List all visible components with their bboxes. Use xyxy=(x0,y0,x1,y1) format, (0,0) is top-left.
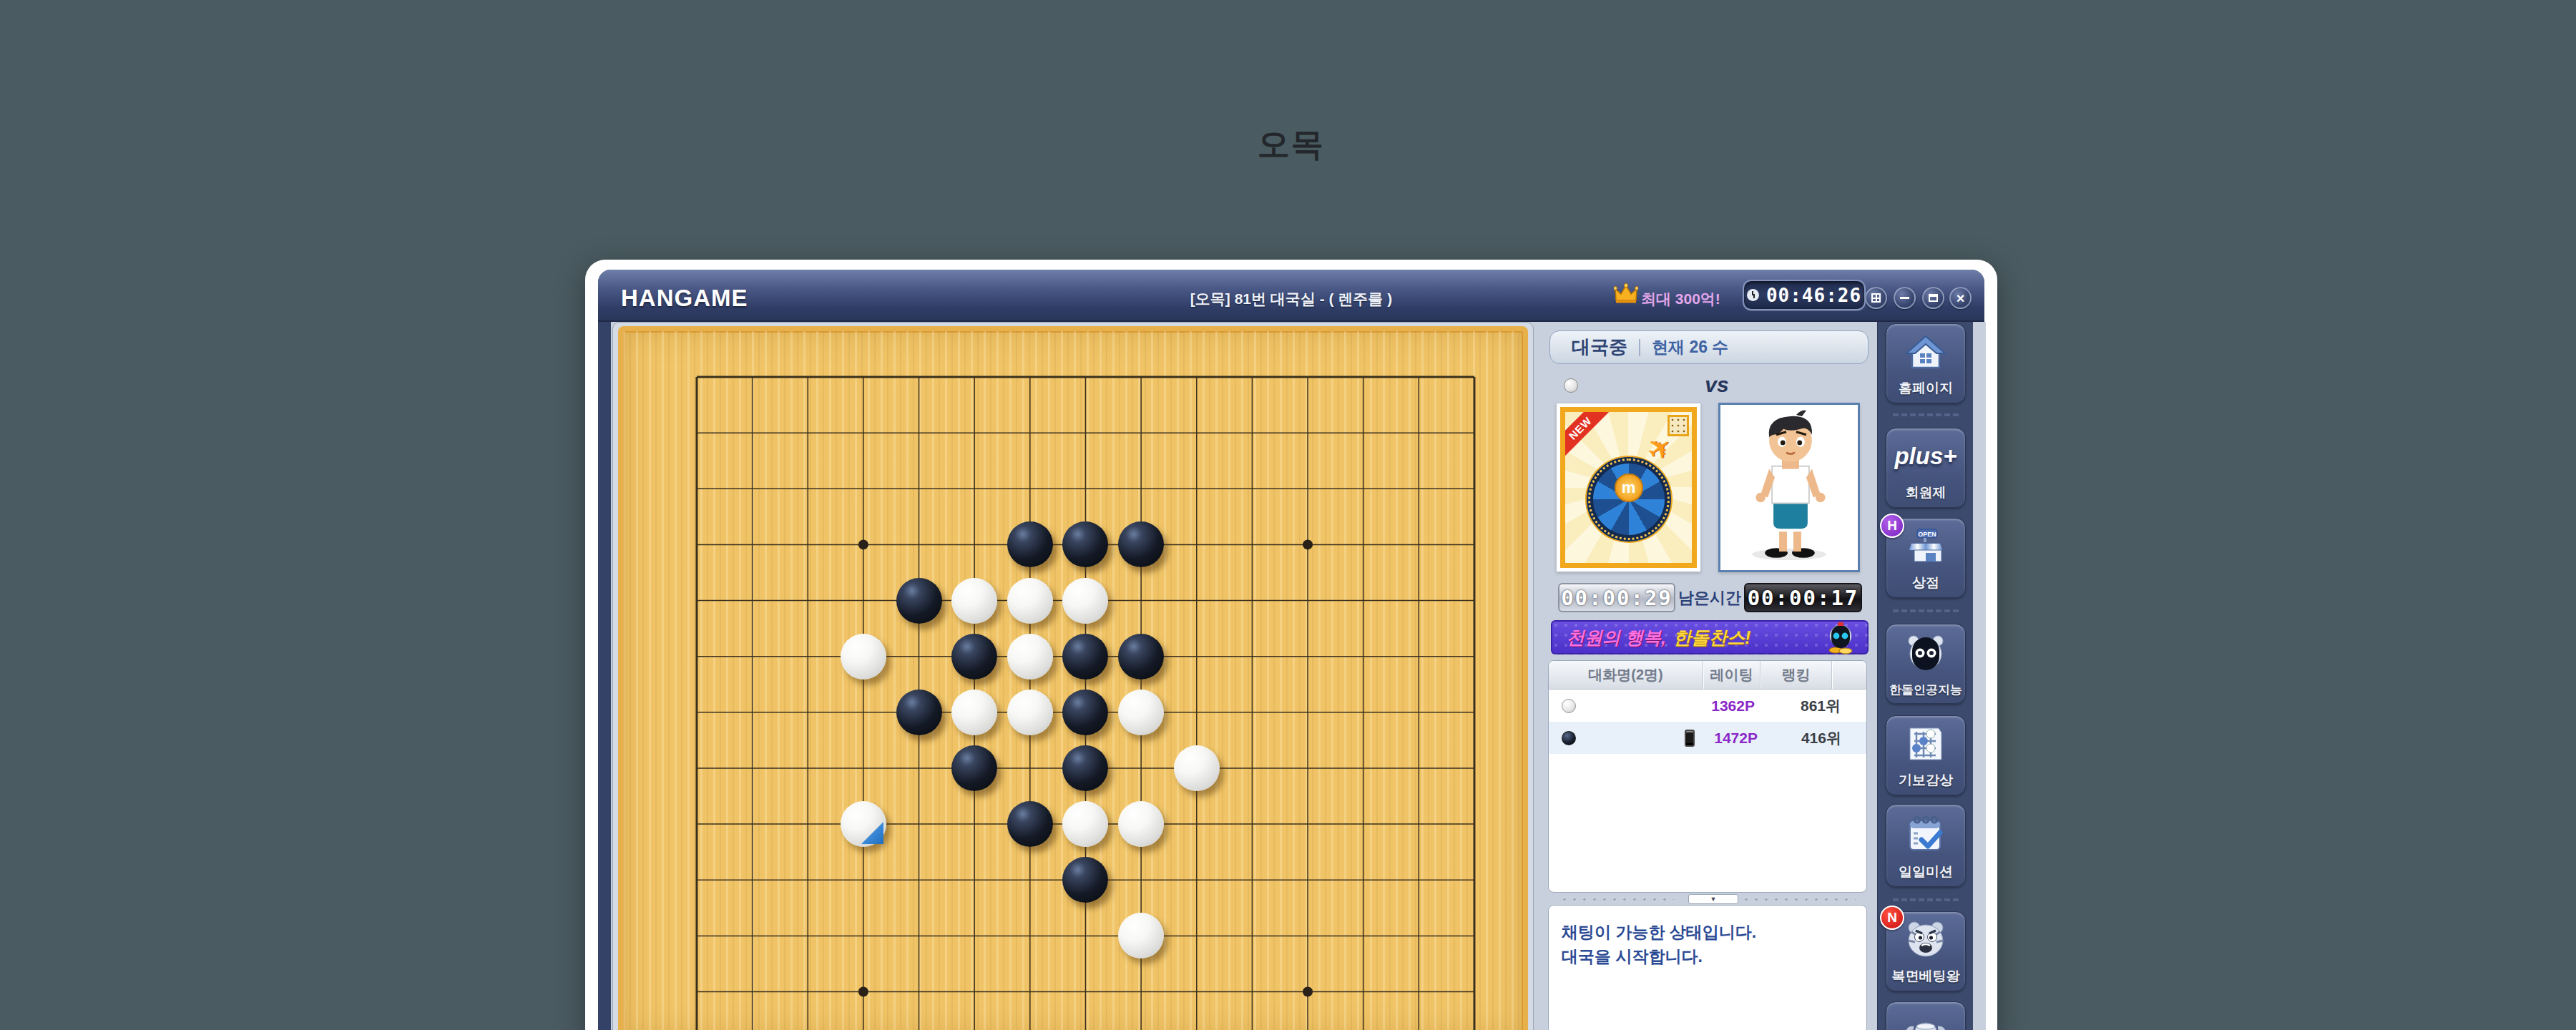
crown-icon xyxy=(1614,283,1638,303)
white-stone-icon xyxy=(1562,699,1576,713)
last-move-marker xyxy=(861,822,883,844)
n-badge: N xyxy=(1880,906,1904,930)
plus-logo-icon: plus+ xyxy=(1886,428,1965,484)
stone-white xyxy=(951,578,997,624)
rank-value: 861위 xyxy=(1755,696,1841,716)
svg-text:OPEN: OPEN xyxy=(1918,530,1936,537)
stone-black xyxy=(1062,745,1108,791)
stone-white xyxy=(1118,690,1164,735)
sidebar-item-partial[interactable] xyxy=(1886,1001,1966,1030)
stone-white xyxy=(1118,801,1164,847)
rating-value: 1472P xyxy=(1695,730,1758,747)
black-timer: 00:00:17 xyxy=(1744,583,1862,612)
move-counter: 현재 26 수 xyxy=(1652,336,1728,358)
white-timer: 00:00:29 xyxy=(1558,583,1675,612)
jackpot-label: 최대 300억! xyxy=(1641,289,1720,309)
close-icon: × xyxy=(1957,291,1965,305)
stone-black xyxy=(1007,801,1053,847)
robot-mascot-icon xyxy=(1821,622,1858,654)
trophy-icon xyxy=(1886,1002,1965,1030)
restore-button[interactable] xyxy=(1922,287,1944,309)
stone-white xyxy=(841,801,886,847)
roulette-avatar: m ✈ NEW xyxy=(1560,407,1697,568)
h-badge: H xyxy=(1880,514,1904,538)
rating-value: 1362P xyxy=(1690,697,1755,715)
keypad-button[interactable] xyxy=(1865,287,1887,309)
white-player-card[interactable]: m ✈ NEW xyxy=(1556,403,1701,572)
restore-icon xyxy=(1929,294,1938,302)
stone-white xyxy=(1007,634,1053,680)
calendar-check-icon xyxy=(1886,805,1965,863)
stone-white xyxy=(1007,690,1053,735)
stone-white xyxy=(841,634,886,680)
stone-black xyxy=(896,690,942,735)
chat-message: 채팅이 가능한 상태입니다. xyxy=(1562,920,1853,944)
new-ribbon: NEW xyxy=(1560,407,1615,462)
banner-text-gold: 한돌찬스! xyxy=(1673,626,1750,649)
stone-black xyxy=(1118,634,1164,680)
vs-label: vs xyxy=(1674,373,1760,397)
stone-white xyxy=(951,690,997,735)
sidebar-item-handol-ai[interactable]: 한돌인공지능 xyxy=(1886,624,1966,704)
header-name[interactable]: 대화명(2명) xyxy=(1549,661,1703,689)
boy-avatar xyxy=(1722,406,1856,569)
sidebar-item-homepage[interactable]: 홈페이지 xyxy=(1886,323,1966,403)
status-separator xyxy=(1639,339,1640,356)
stone-white xyxy=(1007,578,1053,624)
black-stone-icon xyxy=(1562,731,1576,745)
stone-black xyxy=(896,578,942,624)
chat-message: 대국을 시작합니다. xyxy=(1562,944,1853,968)
remaining-time-label: 남은시간 xyxy=(1675,587,1744,609)
table-row-black-player[interactable]: 1472P 416위 xyxy=(1549,722,1866,754)
minimize-icon xyxy=(1900,297,1909,299)
go-board-icon xyxy=(1886,716,1965,771)
board-grid xyxy=(623,331,1528,1030)
page-title: 오목 xyxy=(585,123,1997,166)
panel-splitter[interactable]: ▼ xyxy=(1548,894,1867,904)
stone-black xyxy=(951,745,997,791)
close-button[interactable]: × xyxy=(1949,287,1972,309)
banner-text-pink: 천원의 행복, xyxy=(1567,626,1666,649)
session-timer: 00:46:26 xyxy=(1743,280,1866,310)
splitter-dots xyxy=(1559,897,1674,902)
chat-box[interactable]: 채팅이 가능한 상태입니다. 대국을 시작합니다. xyxy=(1548,905,1867,1030)
game-board[interactable] xyxy=(618,326,1528,1030)
robot-icon xyxy=(1886,624,1965,682)
stone-black xyxy=(1062,634,1108,680)
stone-black xyxy=(1062,690,1108,735)
window-title: [오목] 81번 대국실 - ( 렌주룰 ) xyxy=(858,289,1724,309)
stone-black xyxy=(1007,521,1053,567)
black-player-card[interactable] xyxy=(1718,403,1860,572)
header-extra xyxy=(1832,661,1866,689)
status-state: 대국중 xyxy=(1572,335,1627,360)
table-header: 대화명(2명) 레이팅 랭킹 xyxy=(1549,661,1866,690)
roulette-center: m xyxy=(1615,474,1643,502)
board-thumbnail-icon xyxy=(1667,415,1689,436)
stone-white xyxy=(1062,578,1108,624)
stone-white xyxy=(1174,745,1220,791)
header-rating[interactable]: 레이팅 xyxy=(1703,661,1760,689)
sidebar-separator xyxy=(1893,609,1959,612)
sidebar-item-plus-membership[interactable]: plus+ 회원제 xyxy=(1886,428,1966,508)
table-row-white-player[interactable]: 1362P 861위 xyxy=(1549,690,1866,722)
session-time: 00:46:26 xyxy=(1766,285,1861,306)
status-bar: 대국중 현재 26 수 xyxy=(1549,330,1869,364)
sidebar-separator xyxy=(1893,898,1959,901)
rank-value: 416위 xyxy=(1758,728,1841,748)
mobile-device-icon xyxy=(1685,730,1695,747)
white-side-indicator xyxy=(1564,378,1578,393)
keypad-icon xyxy=(1871,293,1881,303)
header-rank[interactable]: 랭킹 xyxy=(1760,661,1832,689)
event-banner[interactable]: 천원의 행복, 한돌찬스! xyxy=(1551,620,1869,654)
sidebar-item-game-records[interactable]: 기보감상 xyxy=(1886,715,1966,795)
sidebar-item-daily-mission[interactable]: 일일미션 xyxy=(1886,804,1966,887)
players-table: 대화명(2명) 레이팅 랭킹 1362P 861위 1472P 416위 xyxy=(1548,660,1867,893)
splitter-dots xyxy=(1741,897,1856,902)
sidebar-separator xyxy=(1893,413,1959,416)
hangame-logo: HANGAME xyxy=(621,285,748,312)
clock-icon xyxy=(1747,289,1759,301)
stone-black xyxy=(951,634,997,680)
splitter-toggle-button[interactable]: ▼ xyxy=(1688,894,1738,904)
home-icon xyxy=(1886,324,1965,379)
minimize-button[interactable] xyxy=(1894,287,1916,309)
